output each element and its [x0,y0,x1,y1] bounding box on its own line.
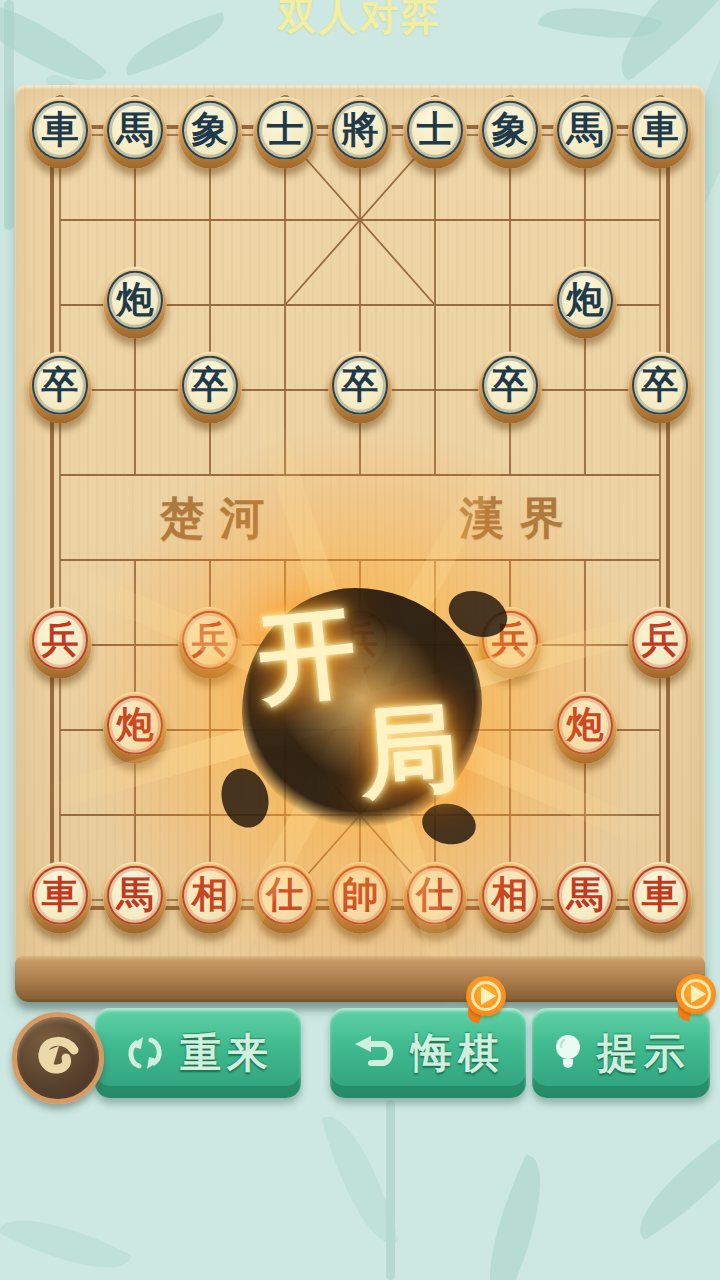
piece-red-elephant[interactable]: 相 [178,862,242,934]
piece-black-soldier[interactable]: 卒 [628,352,692,424]
piece-red-general[interactable]: 帥 [328,862,392,934]
piece-black-soldier[interactable]: 卒 [478,352,542,424]
piece-red-horse[interactable]: 馬 [553,862,617,934]
page-title: 双人对弈 [0,0,720,42]
hint-button[interactable]: 提示 [532,1008,710,1098]
piece-black-elephant[interactable]: 象 [478,97,542,169]
undo-arrow-icon [351,1033,399,1073]
piece-face: 相 [182,866,238,925]
piece-face: 卒 [632,356,688,415]
play-icon [481,987,496,1005]
piece-face: 卒 [332,356,388,415]
piece-red-elephant[interactable]: 相 [478,862,542,934]
piece-red-chariot[interactable]: 車 [628,862,692,934]
restart-label: 重来 [180,1026,274,1081]
piece-red-cannon[interactable]: 炮 [553,692,617,764]
piece-face: 兵 [182,611,238,670]
piece-face: 兵 [32,611,88,670]
undo-label: 悔棋 [411,1026,505,1081]
piece-black-horse[interactable]: 馬 [553,97,617,169]
undo-button[interactable]: 悔棋 [330,1008,526,1098]
piece-black-chariot[interactable]: 車 [628,97,692,169]
piece-red-soldier[interactable]: 兵 [178,607,242,679]
game-screen: 双人对弈 [0,0,720,1280]
piece-face: 仕 [407,866,463,925]
piece-face: 馬 [107,866,163,925]
piece-face: 帥 [332,866,388,925]
piece-face: 馬 [557,101,613,160]
piece-face: 炮 [557,696,613,755]
piece-red-advisor[interactable]: 仕 [253,862,317,934]
piece-face: 車 [632,101,688,160]
piece-black-advisor[interactable]: 士 [403,97,467,169]
piece-red-soldier[interactable]: 兵 [478,607,542,679]
piece-black-cannon[interactable]: 炮 [103,267,167,339]
piece-face: 兵 [482,611,538,670]
restart-button[interactable]: 重来 [95,1008,301,1098]
back-curl-icon [32,1032,84,1084]
piece-black-advisor[interactable]: 士 [253,97,317,169]
piece-face: 卒 [182,356,238,415]
back-button[interactable] [12,1012,104,1104]
piece-red-horse[interactable]: 馬 [103,862,167,934]
play-icon [691,985,706,1003]
piece-black-general[interactable]: 將 [328,97,392,169]
hint-video-play-badge[interactable] [676,974,716,1014]
piece-face: 卒 [32,356,88,415]
piece-face: 相 [482,866,538,925]
piece-red-soldier[interactable]: 兵 [328,607,392,679]
piece-black-chariot[interactable]: 車 [28,97,92,169]
bamboo-leaf [621,1122,720,1241]
piece-black-cannon[interactable]: 炮 [553,267,617,339]
piece-black-soldier[interactable]: 卒 [328,352,392,424]
piece-face: 士 [407,101,463,160]
undo-video-play-badge[interactable] [466,976,506,1016]
piece-red-soldier[interactable]: 兵 [28,607,92,679]
board[interactable]: 楚河 漢界 車馬象士將士象馬車炮炮卒卒卒卒卒兵兵兵兵兵炮炮車馬相仕帥仕相馬車 开… [15,85,705,1000]
piece-red-chariot[interactable]: 車 [28,862,92,934]
piece-face: 炮 [107,696,163,755]
piece-face: 車 [32,101,88,160]
piece-face: 士 [257,101,313,160]
board-front-edge [15,956,705,1002]
piece-red-advisor[interactable]: 仕 [403,862,467,934]
piece-black-elephant[interactable]: 象 [178,97,242,169]
piece-face: 象 [482,101,538,160]
piece-red-soldier[interactable]: 兵 [628,607,692,679]
piece-face: 車 [32,866,88,925]
bulb-icon [551,1032,585,1074]
piece-face: 兵 [632,611,688,670]
bamboo-leaf [465,1154,564,1280]
piece-face: 將 [332,101,388,160]
river-label-chu: 楚河 [160,489,280,548]
bamboo-leaf [0,1198,132,1280]
hint-label: 提示 [597,1026,691,1081]
piece-face: 馬 [107,101,163,160]
bamboo-stalk [386,1100,395,1280]
piece-face: 炮 [107,271,163,330]
river-label-han: 漢界 [460,489,580,548]
piece-face: 仕 [257,866,313,925]
piece-face: 炮 [557,271,613,330]
piece-face: 馬 [557,866,613,925]
piece-black-soldier[interactable]: 卒 [178,352,242,424]
piece-face: 兵 [332,611,388,670]
piece-black-horse[interactable]: 馬 [103,97,167,169]
piece-face: 象 [182,101,238,160]
refresh-icon [122,1030,168,1076]
piece-face: 卒 [482,356,538,415]
piece-black-soldier[interactable]: 卒 [28,352,92,424]
piece-face: 車 [632,866,688,925]
piece-red-cannon[interactable]: 炮 [103,692,167,764]
